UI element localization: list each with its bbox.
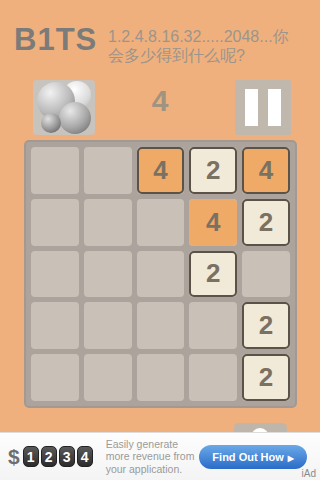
board-cell xyxy=(84,147,132,194)
board-cell xyxy=(242,251,290,298)
board-cell xyxy=(137,251,185,298)
board-cell: 2 xyxy=(242,199,290,246)
board-cell xyxy=(137,302,185,349)
ad-digit-key: 3 xyxy=(59,446,75,467)
subtitle-line-2: 会多少得到什么呢? xyxy=(108,46,313,65)
ad-banner[interactable]: $ 1234 Easily generate more revenue from… xyxy=(0,432,320,480)
tile-2: 2 xyxy=(189,147,237,194)
find-out-how-button[interactable]: Find Out How▶ xyxy=(199,445,307,469)
pause-icon xyxy=(268,89,281,126)
tile-4: 4 xyxy=(242,147,290,194)
board-cell: 2 xyxy=(189,147,237,194)
ad-digit-key: 1 xyxy=(23,446,39,467)
ad-text-line-1: Easily generate xyxy=(106,438,195,451)
board-cell: 4 xyxy=(189,199,237,246)
board-cell: 2 xyxy=(242,302,290,349)
board-cell xyxy=(31,251,79,298)
pause-button[interactable] xyxy=(235,80,291,135)
ad-dollar-sign: $ xyxy=(8,445,20,469)
board-cell xyxy=(137,354,185,401)
tile-2: 2 xyxy=(242,302,290,349)
board-cell xyxy=(84,302,132,349)
board-cell xyxy=(84,251,132,298)
board-cell xyxy=(84,354,132,401)
board-cell xyxy=(31,302,79,349)
tile-4: 4 xyxy=(189,199,237,246)
iad-brand-label: iAd xyxy=(302,468,316,479)
ad-logo-digits: 1234 xyxy=(23,446,93,467)
tile-2: 2 xyxy=(189,251,237,298)
app-subtitle: 1.2.4.8.16.32.....2048...你 会多少得到什么呢? xyxy=(108,27,313,65)
board-cell: 4 xyxy=(137,147,185,194)
app-title: B1TS xyxy=(14,22,97,58)
ad-text: Easily generate more revenue from your a… xyxy=(106,438,195,476)
arrow-right-icon: ▶ xyxy=(288,454,294,463)
board-cell xyxy=(137,199,185,246)
ad-digit-key: 4 xyxy=(77,446,93,467)
board-cell: 2 xyxy=(189,251,237,298)
board-cell xyxy=(189,354,237,401)
tile-4: 4 xyxy=(137,147,185,194)
board-cell xyxy=(31,147,79,194)
board-cell xyxy=(31,354,79,401)
board-cell: 4 xyxy=(242,147,290,194)
subtitle-line-1: 1.2.4.8.16.32.....2048...你 xyxy=(108,27,313,46)
board-cell xyxy=(189,302,237,349)
ad-digit-key: 2 xyxy=(41,446,57,467)
ad-text-line-3: your application. xyxy=(106,463,195,476)
board[interactable]: 42442222 xyxy=(24,140,297,408)
tile-2: 2 xyxy=(242,199,290,246)
board-cell xyxy=(31,199,79,246)
board-cell: 2 xyxy=(242,354,290,401)
board-cell xyxy=(84,199,132,246)
tile-2: 2 xyxy=(242,354,290,401)
pause-icon xyxy=(245,89,258,126)
ad-text-line-2: more revenue from xyxy=(106,450,195,463)
game-screen: B1TS 1.2.4.8.16.32.....2048...你 会多少得到什么呢… xyxy=(0,0,320,480)
